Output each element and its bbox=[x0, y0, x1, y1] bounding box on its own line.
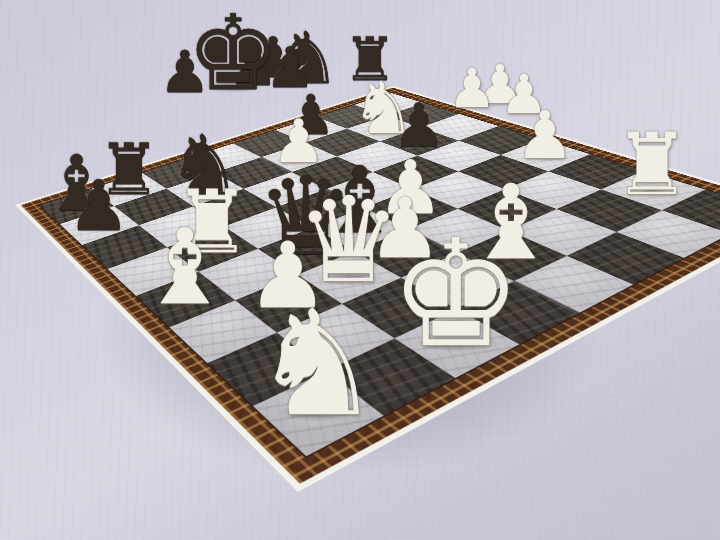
chess-photo-scene: ♟♜♞♟♟♟♟♝♝♟♞♛♛♚♜♜♟♝♟♝♞♟♚♟♟♟♞♜♟♟♟ bbox=[0, 0, 720, 540]
piece-white-knight-h1[interactable]: ♞ bbox=[252, 291, 383, 437]
piece-white-king-h3[interactable]: ♚ bbox=[389, 220, 522, 368]
captured-white-pawn[interactable]: ♟ bbox=[448, 62, 496, 116]
captured-black-pawn[interactable]: ♟ bbox=[159, 43, 211, 101]
piece-white-pawn-e8[interactable]: ♟ bbox=[515, 104, 574, 170]
piece-black-pawn-b1[interactable]: ♟ bbox=[68, 170, 131, 240]
piece-white-bishop-e1[interactable]: ♝ bbox=[138, 214, 231, 318]
piece-white-rook-g8[interactable]: ♜ bbox=[614, 121, 691, 207]
